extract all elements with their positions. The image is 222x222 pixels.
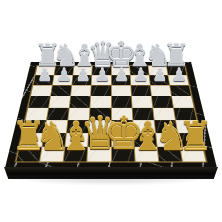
silver-pawn-f7[interactable]: ♟ — [133, 67, 149, 85]
silver-pawn-h7[interactable]: ♟ — [171, 67, 187, 85]
square-d6[interactable] — [91, 86, 110, 96]
square-e6[interactable] — [111, 86, 130, 96]
gold-rook-h1[interactable]: ♜ — [178, 117, 213, 156]
silver-pawn-g7[interactable]: ♟ — [152, 67, 168, 85]
silver-pawn-d7[interactable]: ♟ — [95, 67, 111, 85]
chess-set-photo: ♜♞♝♛♚♝♞♜♟♟♟♟♟♟♟♟♟♟♟♟♟♟♟♟♜♞♝♛♚♝♞♜ — [0, 0, 222, 222]
square-b5[interactable] — [49, 96, 70, 107]
square-g6[interactable] — [150, 86, 170, 96]
silver-pawn-c7[interactable]: ♟ — [75, 67, 91, 85]
silver-pawn-e7[interactable]: ♟ — [114, 67, 130, 85]
board-shadow — [2, 176, 220, 186]
square-f6[interactable] — [131, 86, 151, 96]
silver-pawn-b7[interactable]: ♟ — [56, 67, 72, 85]
square-c6[interactable] — [71, 86, 91, 96]
square-h5[interactable] — [172, 96, 194, 107]
square-b6[interactable] — [51, 86, 71, 96]
square-a5[interactable] — [28, 96, 50, 107]
square-h6[interactable] — [170, 86, 191, 96]
silver-pawn-a7[interactable]: ♟ — [37, 67, 53, 85]
square-g5[interactable] — [152, 96, 173, 107]
square-a6[interactable] — [31, 86, 52, 96]
